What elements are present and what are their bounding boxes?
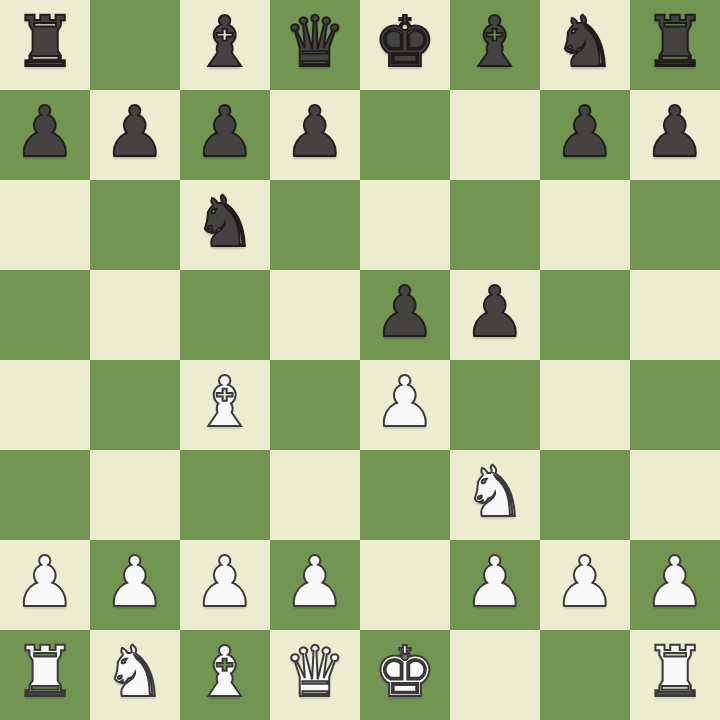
- piece-black-knight-c6[interactable]: ♞: [194, 177, 257, 267]
- square-d7[interactable]: ♟: [270, 90, 360, 180]
- square-g2[interactable]: ♟: [540, 540, 630, 630]
- square-h4[interactable]: [630, 360, 720, 450]
- square-c3[interactable]: [180, 450, 270, 540]
- piece-black-bishop-f8[interactable]: ♝: [464, 0, 527, 87]
- square-d5[interactable]: [270, 270, 360, 360]
- piece-white-pawn-e4[interactable]: ♟: [374, 357, 437, 447]
- square-e5[interactable]: ♟: [360, 270, 450, 360]
- piece-white-rook-h1[interactable]: ♜: [644, 627, 707, 717]
- square-f1[interactable]: [450, 630, 540, 720]
- piece-white-pawn-a2[interactable]: ♟: [14, 537, 77, 627]
- square-a3[interactable]: [0, 450, 90, 540]
- piece-black-pawn-g7[interactable]: ♟: [554, 87, 617, 177]
- chess-board-container: ♜♝♛♚♝♞♜♟♟♟♟♟♟♞♟♟♝♟♞♟♟♟♟♟♟♟♜♞♝♛♚♜: [0, 0, 720, 720]
- square-b6[interactable]: [90, 180, 180, 270]
- square-h2[interactable]: ♟: [630, 540, 720, 630]
- chess-board: ♜♝♛♚♝♞♜♟♟♟♟♟♟♞♟♟♝♟♞♟♟♟♟♟♟♟♜♞♝♛♚♜: [0, 0, 720, 720]
- piece-white-rook-a1[interactable]: ♜: [14, 627, 77, 717]
- square-g6[interactable]: [540, 180, 630, 270]
- square-e3[interactable]: [360, 450, 450, 540]
- square-h3[interactable]: [630, 450, 720, 540]
- square-a6[interactable]: [0, 180, 90, 270]
- piece-black-pawn-h7[interactable]: ♟: [644, 87, 707, 177]
- piece-black-pawn-a7[interactable]: ♟: [14, 87, 77, 177]
- square-a5[interactable]: [0, 270, 90, 360]
- piece-white-king-e1[interactable]: ♚: [374, 627, 437, 717]
- piece-white-pawn-h2[interactable]: ♟: [644, 537, 707, 627]
- piece-black-pawn-b7[interactable]: ♟: [104, 87, 167, 177]
- square-a8[interactable]: ♜: [0, 0, 90, 90]
- piece-white-pawn-g2[interactable]: ♟: [554, 537, 617, 627]
- piece-black-pawn-f5[interactable]: ♟: [464, 267, 527, 357]
- square-f3[interactable]: ♞: [450, 450, 540, 540]
- piece-white-pawn-f2[interactable]: ♟: [464, 537, 527, 627]
- square-d8[interactable]: ♛: [270, 0, 360, 90]
- square-c8[interactable]: ♝: [180, 0, 270, 90]
- square-b4[interactable]: [90, 360, 180, 450]
- piece-white-knight-f3[interactable]: ♞: [464, 447, 527, 537]
- piece-white-bishop-c1[interactable]: ♝: [194, 627, 257, 717]
- square-h5[interactable]: [630, 270, 720, 360]
- square-g7[interactable]: ♟: [540, 90, 630, 180]
- square-g8[interactable]: ♞: [540, 0, 630, 90]
- square-b7[interactable]: ♟: [90, 90, 180, 180]
- square-d1[interactable]: ♛: [270, 630, 360, 720]
- square-f8[interactable]: ♝: [450, 0, 540, 90]
- square-d2[interactable]: ♟: [270, 540, 360, 630]
- square-a4[interactable]: [0, 360, 90, 450]
- piece-black-pawn-e5[interactable]: ♟: [374, 267, 437, 357]
- square-h8[interactable]: ♜: [630, 0, 720, 90]
- square-f4[interactable]: [450, 360, 540, 450]
- piece-black-queen-d8[interactable]: ♛: [284, 0, 347, 87]
- square-e2[interactable]: [360, 540, 450, 630]
- piece-black-rook-h8[interactable]: ♜: [644, 0, 707, 87]
- square-c4[interactable]: ♝: [180, 360, 270, 450]
- square-b8[interactable]: [90, 0, 180, 90]
- square-d3[interactable]: [270, 450, 360, 540]
- piece-white-pawn-b2[interactable]: ♟: [104, 537, 167, 627]
- square-e8[interactable]: ♚: [360, 0, 450, 90]
- square-f7[interactable]: [450, 90, 540, 180]
- square-b1[interactable]: ♞: [90, 630, 180, 720]
- square-c2[interactable]: ♟: [180, 540, 270, 630]
- square-a2[interactable]: ♟: [0, 540, 90, 630]
- square-g3[interactable]: [540, 450, 630, 540]
- square-g5[interactable]: [540, 270, 630, 360]
- square-d6[interactable]: [270, 180, 360, 270]
- square-c1[interactable]: ♝: [180, 630, 270, 720]
- square-f6[interactable]: [450, 180, 540, 270]
- piece-black-pawn-c7[interactable]: ♟: [194, 87, 257, 177]
- square-f2[interactable]: ♟: [450, 540, 540, 630]
- square-h7[interactable]: ♟: [630, 90, 720, 180]
- square-b5[interactable]: [90, 270, 180, 360]
- square-c6[interactable]: ♞: [180, 180, 270, 270]
- square-c5[interactable]: [180, 270, 270, 360]
- square-h6[interactable]: [630, 180, 720, 270]
- square-c7[interactable]: ♟: [180, 90, 270, 180]
- square-f5[interactable]: ♟: [450, 270, 540, 360]
- piece-white-knight-b1[interactable]: ♞: [104, 627, 167, 717]
- piece-white-pawn-c2[interactable]: ♟: [194, 537, 257, 627]
- square-e6[interactable]: [360, 180, 450, 270]
- square-d4[interactable]: [270, 360, 360, 450]
- square-g4[interactable]: [540, 360, 630, 450]
- square-a7[interactable]: ♟: [0, 90, 90, 180]
- square-e1[interactable]: ♚: [360, 630, 450, 720]
- piece-white-queen-d1[interactable]: ♛: [284, 627, 347, 717]
- square-b2[interactable]: ♟: [90, 540, 180, 630]
- square-h1[interactable]: ♜: [630, 630, 720, 720]
- piece-black-knight-g8[interactable]: ♞: [554, 0, 617, 87]
- piece-black-king-e8[interactable]: ♚: [374, 0, 437, 87]
- piece-black-bishop-c8[interactable]: ♝: [194, 0, 257, 87]
- square-e7[interactable]: [360, 90, 450, 180]
- piece-white-bishop-c4[interactable]: ♝: [194, 357, 257, 447]
- square-a1[interactable]: ♜: [0, 630, 90, 720]
- piece-black-pawn-d7[interactable]: ♟: [284, 87, 347, 177]
- piece-white-pawn-d2[interactable]: ♟: [284, 537, 347, 627]
- piece-black-rook-a8[interactable]: ♜: [14, 0, 77, 87]
- square-b3[interactable]: [90, 450, 180, 540]
- square-e4[interactable]: ♟: [360, 360, 450, 450]
- square-g1[interactable]: [540, 630, 630, 720]
